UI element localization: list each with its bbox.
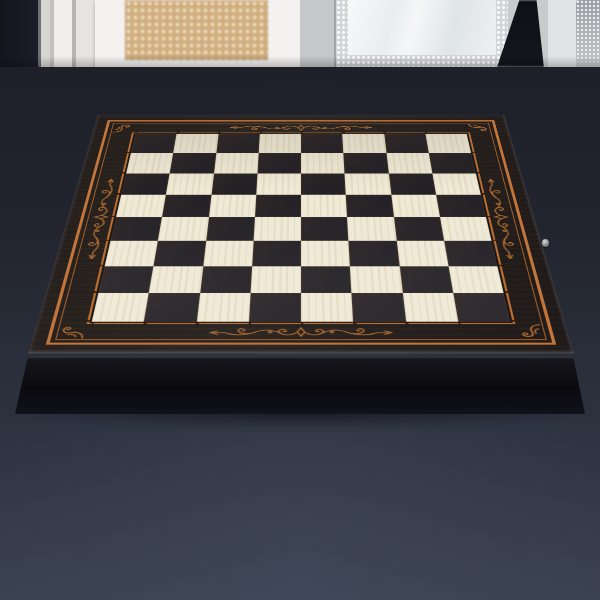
square xyxy=(116,195,166,217)
square xyxy=(154,241,206,266)
square xyxy=(436,195,486,217)
square xyxy=(425,134,471,153)
square xyxy=(394,217,444,241)
square xyxy=(391,195,440,217)
square xyxy=(453,293,510,322)
square xyxy=(301,241,350,266)
square xyxy=(170,153,216,173)
square xyxy=(301,134,344,153)
square xyxy=(448,266,503,293)
square xyxy=(250,266,301,293)
silver-vase xyxy=(576,0,600,62)
square xyxy=(216,134,260,153)
square xyxy=(249,293,301,322)
square xyxy=(98,266,153,293)
square xyxy=(350,266,402,293)
square xyxy=(92,293,149,322)
chess-board xyxy=(92,134,511,322)
square xyxy=(301,293,353,322)
square xyxy=(352,293,406,322)
square xyxy=(258,134,301,153)
square xyxy=(105,241,159,266)
square xyxy=(131,134,177,153)
square xyxy=(342,134,386,153)
tick-marks-bottom xyxy=(91,322,512,327)
square xyxy=(444,241,498,266)
board-top-face xyxy=(28,115,574,353)
board-front-panel xyxy=(15,356,585,414)
photo-scene xyxy=(0,0,600,600)
square xyxy=(347,217,396,241)
flourish-ornament-bottom xyxy=(186,326,416,338)
square xyxy=(126,153,173,173)
square xyxy=(384,134,429,153)
square xyxy=(256,173,301,194)
square xyxy=(162,195,211,217)
square xyxy=(399,266,453,293)
corner-flourish-icon xyxy=(513,323,547,340)
flourish-ornament-top xyxy=(212,124,390,131)
square xyxy=(206,217,255,241)
square xyxy=(158,217,208,241)
square xyxy=(173,134,218,153)
square xyxy=(203,241,254,266)
square xyxy=(388,173,435,194)
square xyxy=(149,266,203,293)
square xyxy=(301,266,352,293)
square xyxy=(255,195,301,217)
square xyxy=(196,293,250,322)
wall-shadow xyxy=(0,56,600,67)
square xyxy=(209,195,257,217)
mirror-glass xyxy=(348,0,496,55)
square xyxy=(440,217,492,241)
square xyxy=(166,173,213,194)
square xyxy=(345,173,391,194)
square xyxy=(402,293,458,322)
square xyxy=(432,173,481,194)
square xyxy=(214,153,259,173)
square xyxy=(253,217,301,241)
square xyxy=(346,195,394,217)
carved-lattice-panel xyxy=(125,0,268,60)
square xyxy=(110,217,162,241)
square xyxy=(396,241,448,266)
square xyxy=(301,153,345,173)
square xyxy=(200,266,252,293)
square xyxy=(211,173,257,194)
square xyxy=(344,153,389,173)
square xyxy=(429,153,476,173)
square xyxy=(386,153,432,173)
square xyxy=(144,293,200,322)
square xyxy=(349,241,400,266)
corner-flourish-icon xyxy=(55,323,89,340)
square xyxy=(301,217,349,241)
clasp-icon xyxy=(542,239,549,247)
background-wall xyxy=(0,0,600,67)
square xyxy=(252,241,301,266)
square xyxy=(257,153,301,173)
square xyxy=(301,195,347,217)
chessboard-box xyxy=(28,115,574,353)
square xyxy=(301,173,346,194)
square xyxy=(121,173,170,194)
